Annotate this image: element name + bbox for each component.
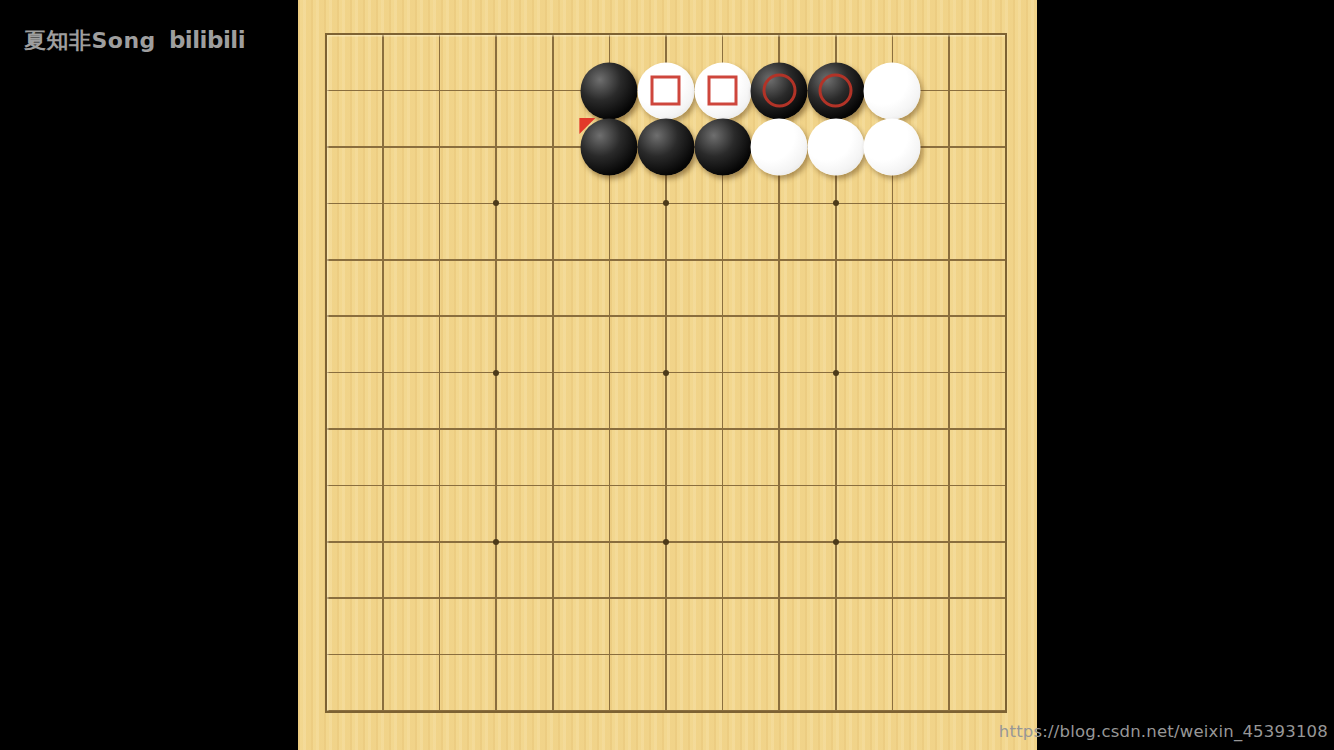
board-point-E8 — [524, 288, 581, 344]
board-point-G2 — [638, 626, 695, 682]
board-point-H9 — [694, 232, 751, 288]
board-point-L6 — [864, 401, 921, 457]
white-stone-G12 — [637, 62, 694, 119]
board-point-N12 — [977, 62, 1034, 118]
board-point-B8 — [355, 288, 412, 344]
board-point-H8 — [694, 288, 751, 344]
board-point-K13 — [807, 6, 864, 62]
board-point-A7 — [298, 344, 355, 400]
board-point-C12 — [411, 62, 468, 118]
board-point-E4 — [524, 514, 581, 570]
black-stone-F12 — [581, 62, 638, 119]
board-point-J9 — [751, 232, 808, 288]
star-point — [833, 200, 839, 206]
star-point — [833, 370, 839, 376]
board-point-E9 — [524, 232, 581, 288]
board-point-M12 — [921, 62, 978, 118]
board-point-A8 — [298, 288, 355, 344]
black-stone-J12 — [751, 62, 808, 119]
board-point-K9 — [807, 232, 864, 288]
star-point — [663, 370, 669, 376]
board-point-D8 — [468, 288, 525, 344]
board-point-D12 — [468, 62, 525, 118]
board-grid — [298, 6, 1034, 739]
board-point-J10 — [751, 175, 808, 231]
board-point-N9 — [977, 232, 1034, 288]
board-point-B6 — [355, 401, 412, 457]
board-point-J3 — [751, 570, 808, 626]
board-point-N13 — [977, 6, 1034, 62]
board-point-D5 — [468, 457, 525, 513]
circle-marker-icon — [762, 74, 796, 108]
board-point-L3 — [864, 570, 921, 626]
board-point-D1 — [468, 683, 525, 739]
board-point-E1 — [524, 683, 581, 739]
board-point-J4 — [751, 514, 808, 570]
board-point-H5 — [694, 457, 751, 513]
square-marker-icon — [708, 76, 738, 106]
board-point-K3 — [807, 570, 864, 626]
board-point-A5 — [298, 457, 355, 513]
board-point-C7 — [411, 344, 468, 400]
black-stone-K12 — [807, 62, 864, 119]
board-point-D11 — [468, 119, 525, 175]
board-point-C4 — [411, 514, 468, 570]
board-point-G10 — [638, 175, 695, 231]
circle-marker-icon — [819, 74, 853, 108]
board-point-D9 — [468, 232, 525, 288]
board-point-L12 — [864, 62, 921, 118]
board-point-H10 — [694, 175, 751, 231]
board-point-H4 — [694, 514, 751, 570]
board-point-F3 — [581, 570, 638, 626]
black-stone-F11 — [581, 119, 638, 176]
board-point-G4 — [638, 514, 695, 570]
board-point-M11 — [921, 119, 978, 175]
board-point-F5 — [581, 457, 638, 513]
board-point-G3 — [638, 570, 695, 626]
board-point-G1 — [638, 683, 695, 739]
board-point-C3 — [411, 570, 468, 626]
board-point-B11 — [355, 119, 412, 175]
square-marker-icon — [651, 76, 681, 106]
board-point-M9 — [921, 232, 978, 288]
star-point — [663, 539, 669, 545]
board-point-F8 — [581, 288, 638, 344]
board-point-C11 — [411, 119, 468, 175]
board-point-A12 — [298, 62, 355, 118]
board-point-N8 — [977, 288, 1034, 344]
board-point-J5 — [751, 457, 808, 513]
board-point-B7 — [355, 344, 412, 400]
board-point-N11 — [977, 119, 1034, 175]
board-point-J11 — [751, 119, 808, 175]
board-point-A4 — [298, 514, 355, 570]
board-point-J13 — [751, 6, 808, 62]
board-point-K4 — [807, 514, 864, 570]
star-point — [493, 370, 499, 376]
board-point-E5 — [524, 457, 581, 513]
board-point-L4 — [864, 514, 921, 570]
board-point-M2 — [921, 626, 978, 682]
board-point-K2 — [807, 626, 864, 682]
board-point-M1 — [921, 683, 978, 739]
star-point — [663, 200, 669, 206]
board-point-K10 — [807, 175, 864, 231]
board-point-L11 — [864, 119, 921, 175]
board-point-A1 — [298, 683, 355, 739]
board-point-M7 — [921, 344, 978, 400]
board-point-J1 — [751, 683, 808, 739]
board-point-H6 — [694, 401, 751, 457]
board-point-E10 — [524, 175, 581, 231]
board-point-F13 — [581, 6, 638, 62]
board-point-H12 — [694, 62, 751, 118]
author-watermark-text: 夏知非Song — [24, 26, 156, 56]
board-point-J12 — [751, 62, 808, 118]
board-point-A2 — [298, 626, 355, 682]
board-point-E13 — [524, 6, 581, 62]
board-point-L5 — [864, 457, 921, 513]
board-point-B1 — [355, 683, 412, 739]
board-point-N3 — [977, 570, 1034, 626]
csdn-url-watermark: https://blog.csdn.net/weixin_45393108 — [999, 722, 1328, 741]
star-point — [493, 539, 499, 545]
board-point-M8 — [921, 288, 978, 344]
board-point-B9 — [355, 232, 412, 288]
board-point-A3 — [298, 570, 355, 626]
board-point-G7 — [638, 344, 695, 400]
board-point-C2 — [411, 626, 468, 682]
board-point-K11 — [807, 119, 864, 175]
board-point-K8 — [807, 288, 864, 344]
board-point-J6 — [751, 401, 808, 457]
board-point-N5 — [977, 457, 1034, 513]
board-point-F11 — [581, 119, 638, 175]
board-point-B2 — [355, 626, 412, 682]
board-point-L13 — [864, 6, 921, 62]
board-point-D2 — [468, 626, 525, 682]
bilibili-logo: bilibili — [169, 27, 245, 53]
board-point-L1 — [864, 683, 921, 739]
board-point-H1 — [694, 683, 751, 739]
board-point-N6 — [977, 401, 1034, 457]
board-point-M3 — [921, 570, 978, 626]
board-point-H3 — [694, 570, 751, 626]
board-point-G11 — [638, 119, 695, 175]
board-point-M6 — [921, 401, 978, 457]
top-watermark: 夏知非Song bilibili — [24, 26, 245, 56]
board-point-N7 — [977, 344, 1034, 400]
board-point-D4 — [468, 514, 525, 570]
black-stone-G11 — [637, 119, 694, 176]
board-point-K7 — [807, 344, 864, 400]
board-point-F6 — [581, 401, 638, 457]
star-point — [493, 200, 499, 206]
board-point-E11 — [524, 119, 581, 175]
white-stone-L11 — [864, 119, 921, 176]
white-stone-H12 — [694, 62, 751, 119]
board-point-F12 — [581, 62, 638, 118]
board-point-M13 — [921, 6, 978, 62]
board-point-F9 — [581, 232, 638, 288]
board-point-A13 — [298, 6, 355, 62]
board-point-F7 — [581, 344, 638, 400]
board-point-B5 — [355, 457, 412, 513]
board-point-L10 — [864, 175, 921, 231]
board-point-C13 — [411, 6, 468, 62]
board-point-J7 — [751, 344, 808, 400]
board-point-B10 — [355, 175, 412, 231]
white-stone-J11 — [751, 119, 808, 176]
board-point-L2 — [864, 626, 921, 682]
board-point-C5 — [411, 457, 468, 513]
board-point-E7 — [524, 344, 581, 400]
board-point-K12 — [807, 62, 864, 118]
board-point-A9 — [298, 232, 355, 288]
board-point-D6 — [468, 401, 525, 457]
board-point-E12 — [524, 62, 581, 118]
board-point-M5 — [921, 457, 978, 513]
board-point-D7 — [468, 344, 525, 400]
board-point-N10 — [977, 175, 1034, 231]
board-point-B12 — [355, 62, 412, 118]
board-point-A6 — [298, 401, 355, 457]
white-stone-K11 — [807, 119, 864, 176]
board-point-G9 — [638, 232, 695, 288]
star-point — [833, 539, 839, 545]
black-stone-H11 — [694, 119, 751, 176]
board-point-J8 — [751, 288, 808, 344]
board-point-F4 — [581, 514, 638, 570]
board-point-D10 — [468, 175, 525, 231]
board-point-H7 — [694, 344, 751, 400]
board-point-C10 — [411, 175, 468, 231]
go-board — [298, 0, 1037, 750]
board-point-D3 — [468, 570, 525, 626]
board-point-L7 — [864, 344, 921, 400]
board-point-C6 — [411, 401, 468, 457]
board-point-K1 — [807, 683, 864, 739]
board-point-G5 — [638, 457, 695, 513]
board-point-H13 — [694, 6, 751, 62]
board-point-H2 — [694, 626, 751, 682]
board-point-C9 — [411, 232, 468, 288]
board-point-L8 — [864, 288, 921, 344]
board-point-G12 — [638, 62, 695, 118]
board-point-K5 — [807, 457, 864, 513]
board-point-C8 — [411, 288, 468, 344]
board-point-K6 — [807, 401, 864, 457]
white-stone-L12 — [864, 62, 921, 119]
board-point-G8 — [638, 288, 695, 344]
board-point-D13 — [468, 6, 525, 62]
board-point-E6 — [524, 401, 581, 457]
board-point-G6 — [638, 401, 695, 457]
board-point-M10 — [921, 175, 978, 231]
board-point-B4 — [355, 514, 412, 570]
board-point-A10 — [298, 175, 355, 231]
board-point-F10 — [581, 175, 638, 231]
board-point-E3 — [524, 570, 581, 626]
board-point-J2 — [751, 626, 808, 682]
video-frame: 夏知非Song bilibili https://blog.csdn.net/w… — [0, 0, 1334, 750]
board-point-N2 — [977, 626, 1034, 682]
board-point-B13 — [355, 6, 412, 62]
board-point-C1 — [411, 683, 468, 739]
board-point-H11 — [694, 119, 751, 175]
board-point-L9 — [864, 232, 921, 288]
board-point-M4 — [921, 514, 978, 570]
board-point-E2 — [524, 626, 581, 682]
board-point-B3 — [355, 570, 412, 626]
board-point-G13 — [638, 6, 695, 62]
board-point-F1 — [581, 683, 638, 739]
board-point-F2 — [581, 626, 638, 682]
board-point-A11 — [298, 119, 355, 175]
board-point-N4 — [977, 514, 1034, 570]
